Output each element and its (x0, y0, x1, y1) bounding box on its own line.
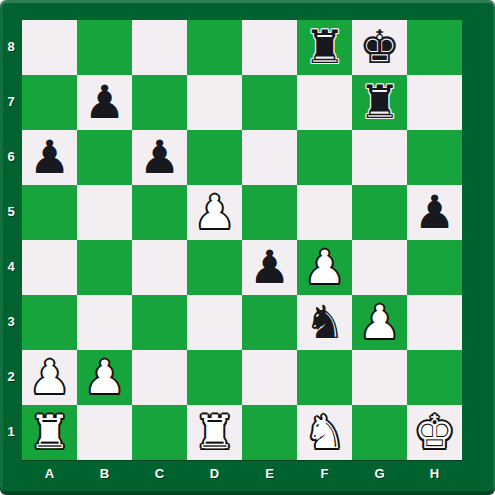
square-f3[interactable]: ♞ (297, 295, 352, 350)
rank-label-8: 8 (0, 40, 22, 54)
white-pawn: ♟ (304, 240, 345, 295)
square-a8[interactable] (22, 20, 77, 75)
square-c8[interactable] (132, 20, 187, 75)
square-d2[interactable] (187, 350, 242, 405)
file-label-e: E (242, 467, 297, 481)
black-pawn: ♟ (139, 130, 180, 185)
square-h3[interactable] (407, 295, 462, 350)
white-pawn: ♟ (84, 350, 125, 405)
chess-board-frame: ♜♚♟♜♟♟♟♟♟♟♞♟♟♟♜♜♞♚ 87654321 ABCDEFGH (0, 0, 495, 495)
rank-label-6: 6 (0, 150, 22, 164)
square-e6[interactable] (242, 130, 297, 185)
square-e8[interactable] (242, 20, 297, 75)
white-rook: ♜ (29, 405, 70, 460)
square-g1[interactable] (352, 405, 407, 460)
square-c3[interactable] (132, 295, 187, 350)
square-d4[interactable] (187, 240, 242, 295)
rank-label-2: 2 (0, 370, 22, 384)
square-h1[interactable]: ♚ (407, 405, 462, 460)
square-f1[interactable]: ♞ (297, 405, 352, 460)
white-rook: ♜ (194, 405, 235, 460)
square-e1[interactable] (242, 405, 297, 460)
square-c6[interactable]: ♟ (132, 130, 187, 185)
black-rook: ♜ (304, 20, 345, 75)
square-f4[interactable]: ♟ (297, 240, 352, 295)
square-b2[interactable]: ♟ (77, 350, 132, 405)
square-e2[interactable] (242, 350, 297, 405)
square-a7[interactable] (22, 75, 77, 130)
black-rook: ♜ (359, 75, 400, 130)
file-label-b: B (77, 467, 132, 481)
square-g8[interactable]: ♚ (352, 20, 407, 75)
square-a6[interactable]: ♟ (22, 130, 77, 185)
square-f8[interactable]: ♜ (297, 20, 352, 75)
square-c2[interactable] (132, 350, 187, 405)
rank-label-7: 7 (0, 95, 22, 109)
black-king: ♚ (359, 20, 400, 75)
square-h8[interactable] (407, 20, 462, 75)
board: ♜♚♟♜♟♟♟♟♟♟♞♟♟♟♜♜♞♚ (22, 20, 462, 460)
square-h7[interactable] (407, 75, 462, 130)
square-c1[interactable] (132, 405, 187, 460)
black-knight: ♞ (304, 295, 345, 350)
square-d3[interactable] (187, 295, 242, 350)
white-king: ♚ (414, 405, 455, 460)
square-d5[interactable]: ♟ (187, 185, 242, 240)
square-e3[interactable] (242, 295, 297, 350)
rank-label-1: 1 (0, 425, 22, 439)
square-d7[interactable] (187, 75, 242, 130)
file-label-c: C (132, 467, 187, 481)
square-b6[interactable] (77, 130, 132, 185)
square-b7[interactable]: ♟ (77, 75, 132, 130)
square-g6[interactable] (352, 130, 407, 185)
square-a1[interactable]: ♜ (22, 405, 77, 460)
square-f7[interactable] (297, 75, 352, 130)
file-label-f: F (297, 467, 352, 481)
square-f2[interactable] (297, 350, 352, 405)
black-pawn: ♟ (29, 130, 70, 185)
square-b1[interactable] (77, 405, 132, 460)
rank-label-5: 5 (0, 205, 22, 219)
square-h2[interactable] (407, 350, 462, 405)
square-e7[interactable] (242, 75, 297, 130)
square-f5[interactable] (297, 185, 352, 240)
square-e5[interactable] (242, 185, 297, 240)
file-label-h: H (407, 467, 462, 481)
square-b8[interactable] (77, 20, 132, 75)
square-a4[interactable] (22, 240, 77, 295)
square-b5[interactable] (77, 185, 132, 240)
square-f6[interactable] (297, 130, 352, 185)
white-pawn: ♟ (359, 295, 400, 350)
square-d8[interactable] (187, 20, 242, 75)
square-a5[interactable] (22, 185, 77, 240)
square-h6[interactable] (407, 130, 462, 185)
file-label-g: G (352, 467, 407, 481)
square-g7[interactable]: ♜ (352, 75, 407, 130)
rank-label-4: 4 (0, 260, 22, 274)
square-b3[interactable] (77, 295, 132, 350)
square-a2[interactable]: ♟ (22, 350, 77, 405)
square-g5[interactable] (352, 185, 407, 240)
file-label-d: D (187, 467, 242, 481)
square-g3[interactable]: ♟ (352, 295, 407, 350)
square-b4[interactable] (77, 240, 132, 295)
square-h5[interactable]: ♟ (407, 185, 462, 240)
black-pawn: ♟ (414, 185, 455, 240)
white-pawn: ♟ (194, 185, 235, 240)
black-pawn: ♟ (84, 75, 125, 130)
file-label-a: A (22, 467, 77, 481)
square-a3[interactable] (22, 295, 77, 350)
square-c4[interactable] (132, 240, 187, 295)
white-knight: ♞ (304, 405, 345, 460)
square-c7[interactable] (132, 75, 187, 130)
square-d6[interactable] (187, 130, 242, 185)
square-g4[interactable] (352, 240, 407, 295)
square-e4[interactable]: ♟ (242, 240, 297, 295)
black-pawn: ♟ (249, 240, 290, 295)
white-pawn: ♟ (29, 350, 70, 405)
square-d1[interactable]: ♜ (187, 405, 242, 460)
square-c5[interactable] (132, 185, 187, 240)
square-g2[interactable] (352, 350, 407, 405)
square-h4[interactable] (407, 240, 462, 295)
rank-label-3: 3 (0, 315, 22, 329)
